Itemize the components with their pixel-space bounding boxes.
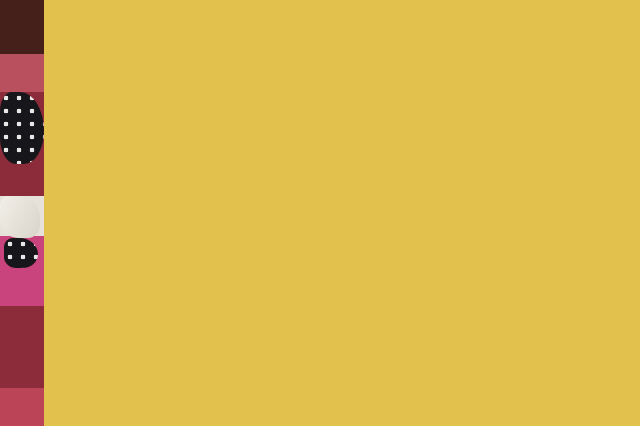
white-tissue <box>0 196 40 238</box>
xiangqi-photo-scene: 楚河漢界 馬象士將士象馬車炮炮卒卒卒卒兵兵炮炮兵兵相士帥士相馬車 <box>0 0 640 426</box>
xiangqi-board <box>40 0 600 426</box>
polka-dot-fabric <box>4 238 38 268</box>
